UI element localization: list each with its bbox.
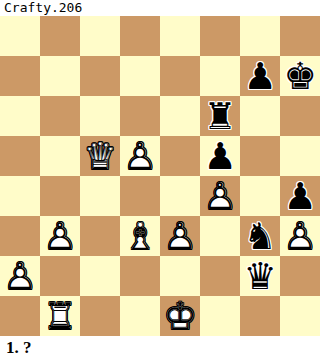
square-f7[interactable] [200,56,240,96]
square-f1[interactable] [200,296,240,336]
square-c7[interactable] [80,56,120,96]
square-g4[interactable] [240,176,280,216]
piece-white-pawn-e3[interactable]: ♟♙ [160,216,200,256]
square-e2[interactable] [160,256,200,296]
square-f3[interactable] [200,216,240,256]
square-g5[interactable] [240,136,280,176]
title-bar: Crafty.206 [0,0,320,16]
square-a8[interactable] [0,16,40,56]
square-g8[interactable] [240,16,280,56]
piece-glyph-line: ♙ [200,176,240,216]
piece-glyph-line: ♙ [160,216,200,256]
piece-glyph-line: ♙ [120,136,160,176]
piece-glyph-line: ♙ [40,216,80,256]
piece-glyph-fill: ♚ [280,56,320,96]
square-h5[interactable] [280,136,320,176]
piece-glyph-fill: ♜ [200,96,240,136]
piece-black-king-h7[interactable]: ♚ [280,56,320,96]
square-d1[interactable] [120,296,160,336]
square-h1[interactable] [280,296,320,336]
square-g7[interactable]: ♟ [240,56,280,96]
square-c1[interactable] [80,296,120,336]
piece-black-queen-g2[interactable]: ♛ [240,256,280,296]
piece-black-pawn-f5[interactable]: ♟ [200,136,240,176]
piece-white-pawn-f4[interactable]: ♟♙ [200,176,240,216]
piece-glyph-line: ♔ [160,296,200,336]
square-h6[interactable] [280,96,320,136]
square-e7[interactable] [160,56,200,96]
piece-black-pawn-h4[interactable]: ♟ [280,176,320,216]
square-d2[interactable] [120,256,160,296]
square-d4[interactable] [120,176,160,216]
square-d6[interactable] [120,96,160,136]
piece-white-pawn-a2[interactable]: ♟♙ [0,256,40,296]
piece-glyph-fill: ♛ [240,256,280,296]
square-h4[interactable]: ♟ [280,176,320,216]
window-title: Crafty.206 [0,0,82,16]
piece-black-knight-g3[interactable]: ♞ [240,216,280,256]
square-b4[interactable] [40,176,80,216]
square-c6[interactable] [80,96,120,136]
square-f8[interactable] [200,16,240,56]
square-e3[interactable]: ♟♙ [160,216,200,256]
square-f5[interactable]: ♟ [200,136,240,176]
square-d7[interactable] [120,56,160,96]
piece-white-bishop-d3[interactable]: ♝♗ [120,216,160,256]
piece-white-king-e1[interactable]: ♚♔ [160,296,200,336]
square-g6[interactable] [240,96,280,136]
square-a1[interactable] [0,296,40,336]
square-h2[interactable] [280,256,320,296]
square-c8[interactable] [80,16,120,56]
square-d5[interactable]: ♟♙ [120,136,160,176]
square-a6[interactable] [0,96,40,136]
piece-glyph-line: ♖ [40,296,80,336]
square-b7[interactable] [40,56,80,96]
square-b2[interactable] [40,256,80,296]
square-g2[interactable]: ♛ [240,256,280,296]
piece-glyph-fill: ♞ [240,216,280,256]
square-b1[interactable]: ♜♖ [40,296,80,336]
square-g1[interactable] [240,296,280,336]
square-e5[interactable] [160,136,200,176]
piece-glyph-fill: ♟ [240,56,280,96]
chess-board: ♟♚♜♛♕♟♙♟♟♙♟♟♙♝♗♟♙♞♟♙♟♙♛♜♖♚♔ [0,16,320,336]
square-d3[interactable]: ♝♗ [120,216,160,256]
square-f6[interactable]: ♜ [200,96,240,136]
square-c4[interactable] [80,176,120,216]
piece-glyph-line: ♕ [80,136,120,176]
piece-black-pawn-g7[interactable]: ♟ [240,56,280,96]
square-h3[interactable]: ♟♙ [280,216,320,256]
square-h7[interactable]: ♚ [280,56,320,96]
piece-glyph-line: ♙ [0,256,40,296]
square-a2[interactable]: ♟♙ [0,256,40,296]
square-a3[interactable] [0,216,40,256]
square-a7[interactable] [0,56,40,96]
square-e6[interactable] [160,96,200,136]
square-h8[interactable] [280,16,320,56]
square-e4[interactable] [160,176,200,216]
square-g3[interactable]: ♞ [240,216,280,256]
piece-white-pawn-b3[interactable]: ♟♙ [40,216,80,256]
square-c5[interactable]: ♛♕ [80,136,120,176]
status-bar: 1. ? [0,336,320,360]
square-b8[interactable] [40,16,80,56]
square-b3[interactable]: ♟♙ [40,216,80,256]
square-c3[interactable] [80,216,120,256]
square-f4[interactable]: ♟♙ [200,176,240,216]
piece-white-queen-c5[interactable]: ♛♕ [80,136,120,176]
square-e1[interactable]: ♚♔ [160,296,200,336]
square-e8[interactable] [160,16,200,56]
square-d8[interactable] [120,16,160,56]
move-prompt: 1. ? [0,336,32,360]
piece-glyph-fill: ♟ [280,176,320,216]
square-b5[interactable] [40,136,80,176]
piece-glyph-line: ♗ [120,216,160,256]
square-a5[interactable] [0,136,40,176]
square-a4[interactable] [0,176,40,216]
square-b6[interactable] [40,96,80,136]
square-f2[interactable] [200,256,240,296]
piece-black-rook-f6[interactable]: ♜ [200,96,240,136]
piece-white-pawn-h3[interactable]: ♟♙ [280,216,320,256]
piece-glyph-fill: ♟ [200,136,240,176]
piece-white-rook-b1[interactable]: ♜♖ [40,296,80,336]
piece-glyph-line: ♙ [280,216,320,256]
piece-white-pawn-d5[interactable]: ♟♙ [120,136,160,176]
square-c2[interactable] [80,256,120,296]
